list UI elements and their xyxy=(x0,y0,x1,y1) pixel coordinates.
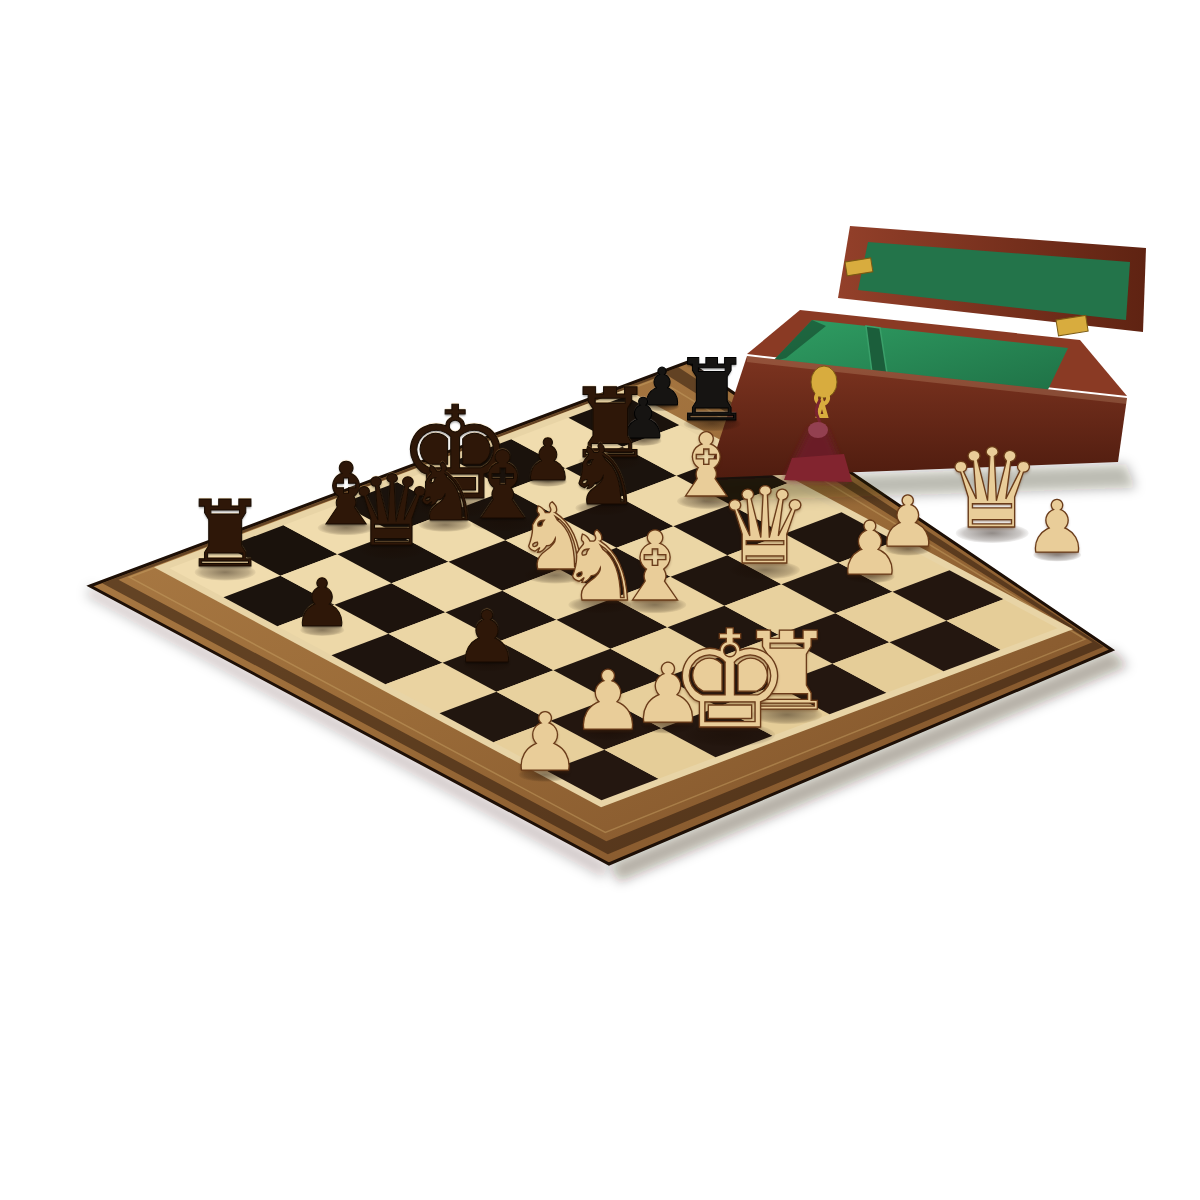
piece-wQ-g4[interactable]: ♛ xyxy=(717,474,812,580)
piece-wP-b2[interactable]: ♟ xyxy=(571,660,645,742)
piece-bP-a6[interactable]: ♟ xyxy=(292,571,351,637)
piece-bP-b4[interactable]: ♟ xyxy=(455,601,520,673)
piece-bQ-c7[interactable]: ♛ xyxy=(348,462,436,560)
tassel-knot xyxy=(808,422,828,438)
piece-wP-g3[interactable]: ♟ xyxy=(837,511,903,585)
piece-bR-a8[interactable]: ♜ xyxy=(184,489,266,581)
product-photo-scene: ♟♜♟♜♟♝♚♞♝♞♝♛♟♛♟♛♜♞♟♞♝♟♟♜♟♟♚♟ xyxy=(0,0,1200,1200)
offboard-piece-wP[interactable]: ♟ xyxy=(1025,491,1090,563)
piece-wK-c1[interactable]: ♚ xyxy=(669,612,791,748)
piece-wP-a2[interactable]: ♟ xyxy=(509,703,581,783)
